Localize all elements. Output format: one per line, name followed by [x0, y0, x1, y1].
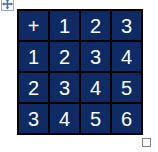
cell-r0c0-plus[interactable]: +	[19, 11, 48, 40]
cell-r2c2[interactable]: 4	[81, 73, 110, 102]
cell-r2c1[interactable]: 3	[50, 73, 79, 102]
cell-r1c0[interactable]: 1	[19, 42, 48, 71]
table-resize-handle[interactable]	[142, 138, 151, 147]
cell-r1c1[interactable]: 2	[50, 42, 79, 71]
cell-r3c0[interactable]: 3	[19, 104, 48, 133]
cell-r2c0[interactable]: 2	[19, 73, 48, 102]
document-canvas: + 1 2 3 1 2 3 4 2 3 4 5 3 4 5 6	[0, 0, 158, 152]
cell-r3c1[interactable]: 4	[50, 104, 79, 133]
cell-r0c3[interactable]: 3	[112, 11, 141, 40]
cell-r1c2[interactable]: 3	[81, 42, 110, 71]
addition-table-grid: + 1 2 3 1 2 3 4 2 3 4 5 3 4 5 6	[17, 9, 143, 135]
cell-r0c1[interactable]: 1	[50, 11, 79, 40]
move-arrows-icon	[2, 0, 13, 10]
cell-r3c3[interactable]: 6	[112, 104, 141, 133]
cell-r1c3[interactable]: 4	[112, 42, 141, 71]
cell-r0c2[interactable]: 2	[81, 11, 110, 40]
table-move-handle[interactable]	[1, 0, 14, 11]
cell-r2c3[interactable]: 5	[112, 73, 141, 102]
cell-r3c2[interactable]: 5	[81, 104, 110, 133]
